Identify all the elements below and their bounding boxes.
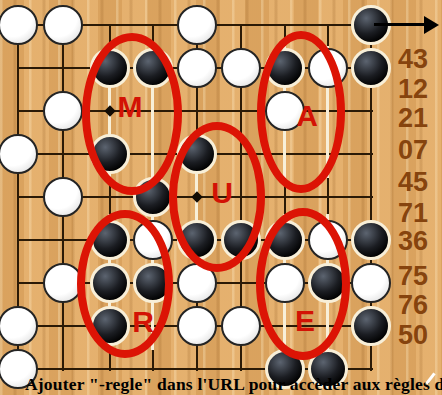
annotation-label-E: E bbox=[295, 304, 315, 338]
move-number: 45 bbox=[390, 166, 436, 198]
move-number: 36 bbox=[390, 225, 436, 257]
stone-white[interactable] bbox=[43, 5, 83, 45]
annotation-label-M: M bbox=[118, 90, 143, 124]
stone-white[interactable] bbox=[0, 5, 38, 45]
move-number: 12 bbox=[390, 73, 436, 105]
annotation-label-A: A bbox=[296, 99, 318, 133]
move-number: 07 bbox=[390, 134, 436, 166]
stone-white[interactable] bbox=[177, 5, 217, 45]
move-number: 21 bbox=[390, 102, 436, 134]
stone-white[interactable] bbox=[0, 134, 38, 174]
stone-white[interactable] bbox=[0, 306, 38, 346]
move-number: 50 bbox=[390, 319, 436, 351]
stone-white[interactable] bbox=[221, 306, 261, 346]
stone-white[interactable] bbox=[177, 306, 217, 346]
arrow-right-icon bbox=[374, 23, 426, 26]
annotation-label-R: R bbox=[132, 305, 154, 339]
stone-white[interactable] bbox=[43, 91, 83, 131]
stone-white[interactable] bbox=[177, 48, 217, 88]
stone-white[interactable] bbox=[221, 48, 261, 88]
stone-black[interactable] bbox=[351, 48, 391, 88]
stone-black[interactable] bbox=[351, 306, 391, 346]
footer-hint-text: Ajouter "-regle" dans l'URL pour accèder… bbox=[25, 374, 442, 395]
move-number: 43 bbox=[390, 43, 436, 75]
move-number: 76 bbox=[390, 289, 436, 321]
stone-white[interactable] bbox=[43, 177, 83, 217]
arrow-right-head-icon bbox=[424, 16, 439, 34]
stone-black[interactable] bbox=[351, 220, 391, 260]
go-app: MAURE 43122107457136757650 Ajouter "-reg… bbox=[0, 0, 442, 395]
move-number: 75 bbox=[390, 260, 436, 292]
annotation-label-U: U bbox=[211, 176, 233, 210]
annotation-ellipse-R bbox=[77, 210, 173, 358]
stone-white[interactable] bbox=[351, 263, 391, 303]
